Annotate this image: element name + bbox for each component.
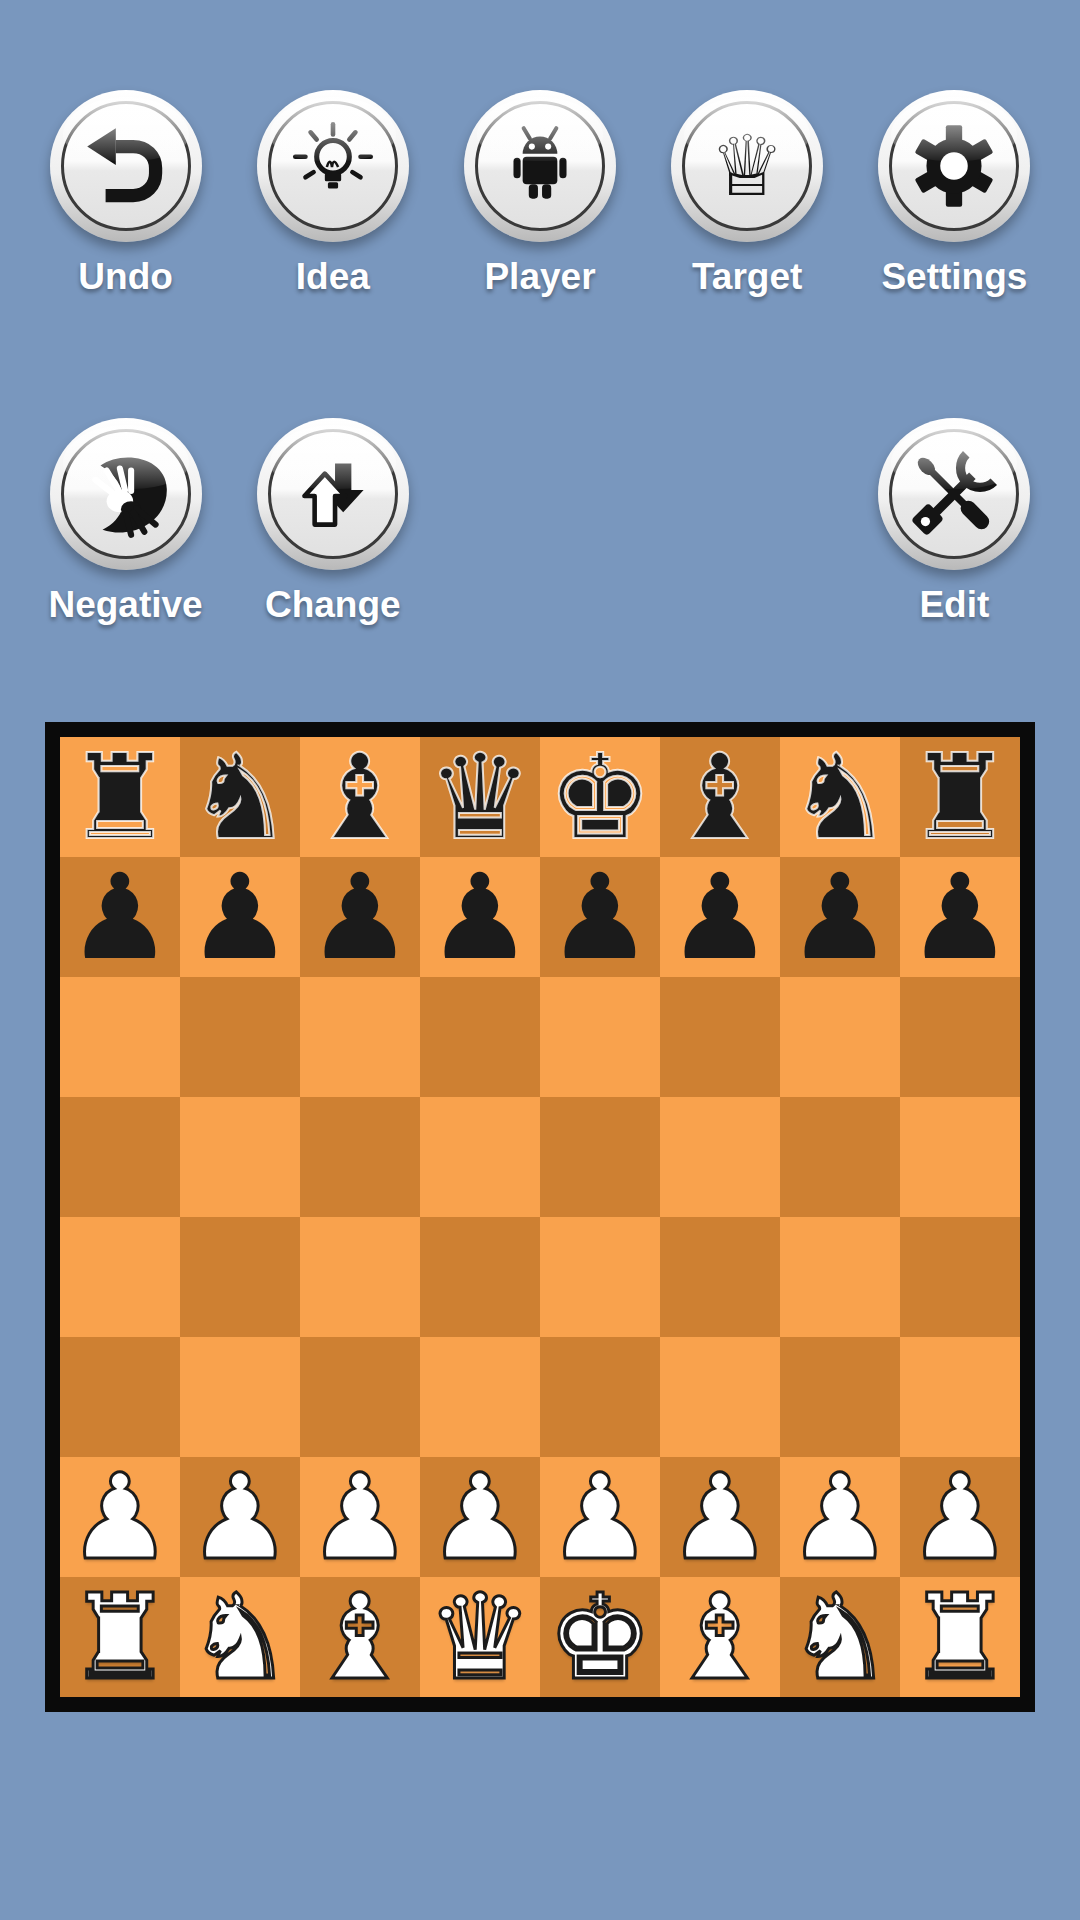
negative-button[interactable]: Negative (22, 418, 229, 626)
settings-icon (889, 101, 1019, 231)
square-e5[interactable] (540, 1097, 660, 1217)
square-e3[interactable] (540, 1337, 660, 1457)
piece-black-queen: ♛ (427, 738, 533, 856)
piece-black-pawn: ♟ (307, 858, 413, 976)
settings-label: Settings (881, 256, 1027, 298)
toolbar-row-1: Undo (22, 90, 1058, 298)
square-c8[interactable]: ♝ (300, 737, 420, 857)
piece-black-pawn: ♟ (427, 858, 533, 976)
square-g7[interactable]: ♟ (780, 857, 900, 977)
square-a3[interactable] (60, 1337, 180, 1457)
piece-white-knight: ♞ (187, 1578, 293, 1696)
square-c2[interactable]: ♟ (300, 1457, 420, 1577)
square-b2[interactable]: ♟ (180, 1457, 300, 1577)
player-button-circle (464, 90, 616, 242)
square-b1[interactable]: ♞ (180, 1577, 300, 1697)
target-button[interactable]: ♕ Target (644, 90, 851, 298)
square-d6[interactable] (420, 977, 540, 1097)
square-a5[interactable] (60, 1097, 180, 1217)
target-button-circle: ♕ (671, 90, 823, 242)
square-f1[interactable]: ♝ (660, 1577, 780, 1697)
square-a1[interactable]: ♜ (60, 1577, 180, 1697)
idea-button[interactable]: Idea (229, 90, 436, 298)
square-g1[interactable]: ♞ (780, 1577, 900, 1697)
square-g5[interactable] (780, 1097, 900, 1217)
piece-black-pawn: ♟ (907, 858, 1013, 976)
square-d7[interactable]: ♟ (420, 857, 540, 977)
square-h8[interactable]: ♜ (900, 737, 1020, 857)
square-h3[interactable] (900, 1337, 1020, 1457)
piece-black-pawn: ♟ (547, 858, 653, 976)
piece-black-pawn: ♟ (67, 858, 173, 976)
piece-white-king: ♚ (547, 1578, 653, 1696)
piece-white-knight: ♞ (787, 1578, 893, 1696)
piece-white-pawn: ♟ (547, 1458, 653, 1576)
change-icon (268, 429, 398, 559)
square-h2[interactable]: ♟ (900, 1457, 1020, 1577)
piece-black-knight: ♞ (187, 738, 293, 856)
piece-white-bishop: ♝ (307, 1578, 413, 1696)
square-b5[interactable] (180, 1097, 300, 1217)
idea-button-circle (257, 90, 409, 242)
edit-label: Edit (919, 584, 989, 626)
square-h7[interactable]: ♟ (900, 857, 1020, 977)
square-a6[interactable] (60, 977, 180, 1097)
change-button[interactable]: Change (229, 418, 436, 626)
square-e1[interactable]: ♚ (540, 1577, 660, 1697)
square-e6[interactable] (540, 977, 660, 1097)
square-d1[interactable]: ♛ (420, 1577, 540, 1697)
square-c7[interactable]: ♟ (300, 857, 420, 977)
square-g8[interactable]: ♞ (780, 737, 900, 857)
square-b7[interactable]: ♟ (180, 857, 300, 977)
piece-black-pawn: ♟ (187, 858, 293, 976)
square-b6[interactable] (180, 977, 300, 1097)
piece-black-rook: ♜ (67, 738, 173, 856)
idea-label: Idea (296, 256, 370, 298)
piece-black-rook: ♜ (907, 738, 1013, 856)
square-f7[interactable]: ♟ (660, 857, 780, 977)
square-a2[interactable]: ♟ (60, 1457, 180, 1577)
negative-button-circle (50, 418, 202, 570)
edit-button[interactable]: Edit (851, 418, 1058, 626)
square-f2[interactable]: ♟ (660, 1457, 780, 1577)
idea-icon (268, 101, 398, 231)
piece-black-bishop: ♝ (667, 738, 773, 856)
square-f8[interactable]: ♝ (660, 737, 780, 857)
piece-black-pawn: ♟ (787, 858, 893, 976)
change-button-circle (257, 418, 409, 570)
square-h4[interactable] (900, 1217, 1020, 1337)
square-h1[interactable]: ♜ (900, 1577, 1020, 1697)
square-h6[interactable] (900, 977, 1020, 1097)
square-a4[interactable] (60, 1217, 180, 1337)
piece-black-king: ♚ (547, 738, 653, 856)
edit-icon (889, 429, 1019, 559)
piece-white-pawn: ♟ (427, 1458, 533, 1576)
square-e8[interactable]: ♚ (540, 737, 660, 857)
square-c3[interactable] (300, 1337, 420, 1457)
player-label: Player (484, 256, 595, 298)
piece-black-pawn: ♟ (667, 858, 773, 976)
square-d4[interactable] (420, 1217, 540, 1337)
piece-black-knight: ♞ (787, 738, 893, 856)
square-g3[interactable] (780, 1337, 900, 1457)
square-h5[interactable] (900, 1097, 1020, 1217)
piece-black-bishop: ♝ (307, 738, 413, 856)
settings-button-circle (878, 90, 1030, 242)
square-b3[interactable] (180, 1337, 300, 1457)
undo-icon (61, 101, 191, 231)
piece-white-pawn: ♟ (907, 1458, 1013, 1576)
change-label: Change (265, 584, 401, 626)
square-f6[interactable] (660, 977, 780, 1097)
piece-white-rook: ♜ (67, 1578, 173, 1696)
target-icon: ♕ (682, 101, 812, 231)
square-e2[interactable]: ♟ (540, 1457, 660, 1577)
square-c5[interactable] (300, 1097, 420, 1217)
target-label: Target (692, 256, 802, 298)
piece-white-pawn: ♟ (667, 1458, 773, 1576)
player-icon (475, 101, 605, 231)
edit-button-circle (878, 418, 1030, 570)
square-g6[interactable] (780, 977, 900, 1097)
piece-white-bishop: ♝ (667, 1578, 773, 1696)
square-g4[interactable] (780, 1217, 900, 1337)
piece-white-pawn: ♟ (787, 1458, 893, 1576)
chess-board: ♜♞♝♛♚♝♞♜♟♟♟♟♟♟♟♟♟♟♟♟♟♟♟♟♜♞♝♛♚♝♞♜ (45, 722, 1035, 1712)
square-f5[interactable] (660, 1097, 780, 1217)
square-c6[interactable] (300, 977, 420, 1097)
square-b8[interactable]: ♞ (180, 737, 300, 857)
undo-button-circle (50, 90, 202, 242)
piece-white-pawn: ♟ (67, 1458, 173, 1576)
square-d8[interactable]: ♛ (420, 737, 540, 857)
player-button[interactable]: Player (436, 90, 643, 298)
negative-label: Negative (48, 584, 202, 626)
square-f4[interactable] (660, 1217, 780, 1337)
square-e4[interactable] (540, 1217, 660, 1337)
square-d2[interactable]: ♟ (420, 1457, 540, 1577)
undo-button[interactable]: Undo (22, 90, 229, 298)
square-d3[interactable] (420, 1337, 540, 1457)
square-e7[interactable]: ♟ (540, 857, 660, 977)
square-d5[interactable] (420, 1097, 540, 1217)
toolbar-row-2: Negative Change (22, 418, 1058, 626)
queen-glyph: ♕ (710, 124, 785, 208)
square-c4[interactable] (300, 1217, 420, 1337)
piece-white-rook: ♜ (907, 1578, 1013, 1696)
negative-icon (61, 429, 191, 559)
square-b4[interactable] (180, 1217, 300, 1337)
square-a7[interactable]: ♟ (60, 857, 180, 977)
square-c1[interactable]: ♝ (300, 1577, 420, 1697)
square-g2[interactable]: ♟ (780, 1457, 900, 1577)
undo-label: Undo (78, 256, 173, 298)
piece-white-pawn: ♟ (187, 1458, 293, 1576)
piece-white-queen: ♛ (427, 1578, 533, 1696)
piece-white-pawn: ♟ (307, 1458, 413, 1576)
settings-button[interactable]: Settings (851, 90, 1058, 298)
square-f3[interactable] (660, 1337, 780, 1457)
square-a8[interactable]: ♜ (60, 737, 180, 857)
